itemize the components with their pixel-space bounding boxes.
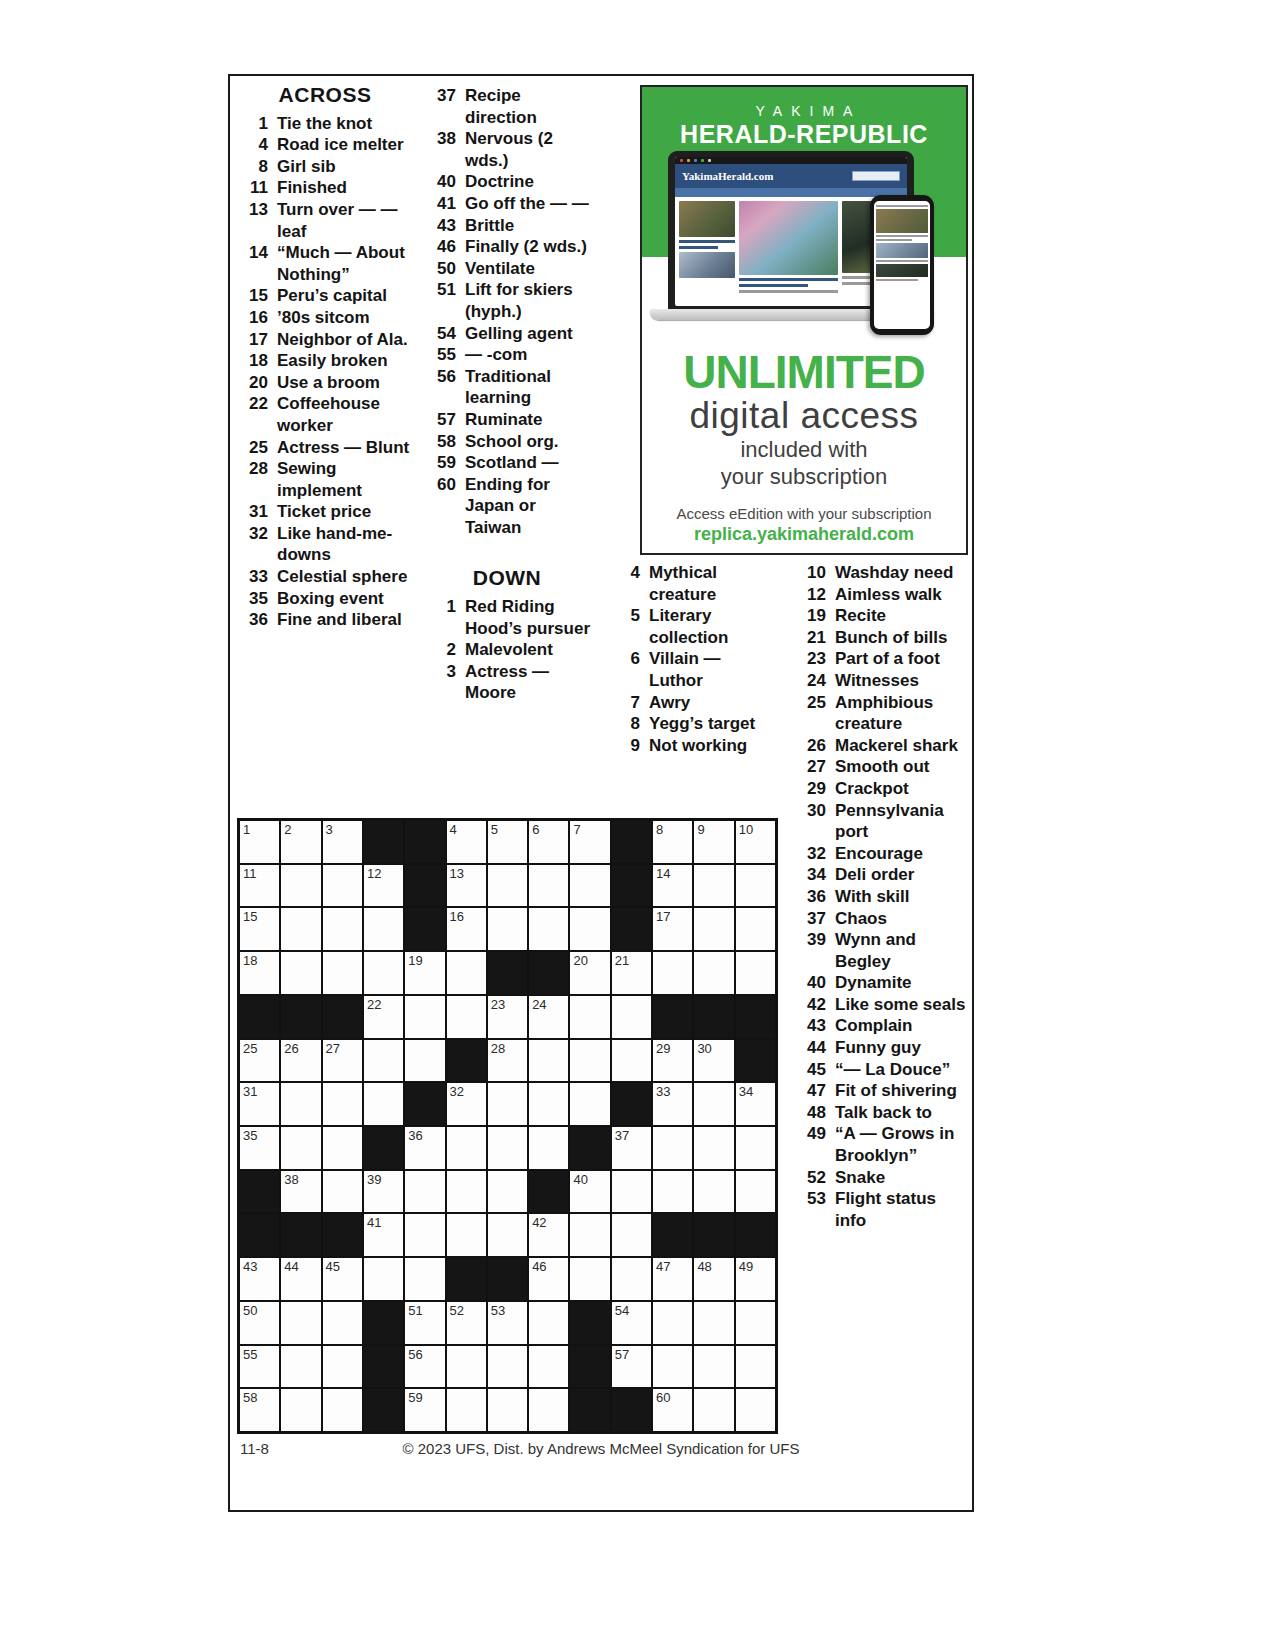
cell-r8c1[interactable]: 35 [240, 1127, 279, 1169]
cell-number: 28 [491, 1041, 505, 1056]
cell-r10c4[interactable]: 41 [364, 1214, 403, 1256]
clue-text: Fit of shivering [835, 1080, 970, 1102]
ad-url-link[interactable]: replica.yakimaherald.com [642, 524, 966, 545]
cell-r8c3[interactable] [323, 1127, 362, 1169]
cell-r4c13[interactable] [736, 952, 775, 994]
cell-r6c12[interactable]: 30 [694, 1040, 733, 1082]
cell-r13c11[interactable] [653, 1346, 692, 1388]
cell-r2c4[interactable]: 12 [364, 865, 403, 907]
cell-number: 1 [243, 822, 250, 837]
cell-r3c8[interactable] [529, 908, 568, 950]
cell-r4c5[interactable]: 19 [405, 952, 444, 994]
cell-r14c8[interactable] [529, 1389, 568, 1431]
clue-number: 19 [792, 605, 835, 627]
across-clue-41: 41Go off the — — [422, 193, 592, 215]
cell-number: 56 [408, 1347, 422, 1362]
cell-r8c7[interactable] [488, 1127, 527, 1169]
black-cell-r10c3 [323, 1214, 362, 1256]
headline-line [679, 240, 735, 243]
across-clue-20: 20Use a broom [234, 372, 416, 394]
cell-r2c2[interactable] [281, 865, 320, 907]
clue-text: Awry [649, 692, 776, 714]
cell-r6c8[interactable] [529, 1040, 568, 1082]
subscription-ad: YAKIMA HERALD-REPUBLIC YakimaHerald.com [640, 85, 968, 555]
cell-r13c13[interactable] [736, 1346, 775, 1388]
cell-r1c6[interactable]: 4 [447, 821, 486, 863]
across-header: ACROSS [234, 84, 416, 106]
down-clue-42: 42Like some seals [792, 994, 970, 1016]
black-cell-r11c7 [488, 1258, 527, 1300]
clue-number: 34 [792, 864, 835, 886]
cell-number: 3 [326, 822, 333, 837]
clue-number: 15 [234, 285, 277, 307]
down-clue-24: 24Witnesses [792, 670, 970, 692]
cell-r7c7[interactable] [488, 1083, 527, 1125]
cell-r1c9[interactable]: 7 [570, 821, 609, 863]
black-cell-r13c4 [364, 1346, 403, 1388]
across-clue-43: 43Brittle [422, 215, 592, 237]
cell-r14c1[interactable]: 58 [240, 1389, 279, 1431]
cell-r12c2[interactable] [281, 1302, 320, 1344]
clue-number: 42 [792, 994, 835, 1016]
cell-r3c13[interactable] [736, 908, 775, 950]
news-column-left [679, 201, 735, 296]
cell-r13c5[interactable]: 56 [405, 1346, 444, 1388]
down-clue-6: 6Villain — Luthor [606, 648, 776, 691]
cell-r9c10[interactable] [612, 1171, 651, 1213]
website-navbar [675, 188, 907, 197]
cell-number: 59 [408, 1390, 422, 1405]
text-line [876, 260, 928, 262]
cell-r5c10[interactable] [612, 996, 651, 1038]
headline-line [739, 278, 838, 281]
cell-r5c4[interactable]: 22 [364, 996, 403, 1038]
cell-r2c9[interactable] [570, 865, 609, 907]
clue-column-4: 10Washday need12Aimless walk19Recite21Bu… [792, 562, 970, 1231]
cell-number: 53 [491, 1303, 505, 1318]
phone-mockup [870, 195, 934, 335]
down-clue-45: 45“— La Douce” [792, 1059, 970, 1081]
black-cell-r14c4 [364, 1389, 403, 1431]
cell-r6c9[interactable] [570, 1040, 609, 1082]
down-clue-26: 26Mackerel shark [792, 735, 970, 757]
across-clue-37: 37Recipe direction [422, 85, 592, 128]
across-clue-11: 11Finished [234, 177, 416, 199]
cell-r5c8[interactable]: 24 [529, 996, 568, 1038]
cell-r2c11[interactable]: 14 [653, 865, 692, 907]
black-cell-r10c2 [281, 1214, 320, 1256]
cell-r1c7[interactable]: 5 [488, 821, 527, 863]
cell-r13c3[interactable] [323, 1346, 362, 1388]
cell-number: 24 [532, 997, 546, 1012]
cell-r6c11[interactable]: 29 [653, 1040, 692, 1082]
cell-r12c11[interactable] [653, 1302, 692, 1344]
down-clue-34: 34Deli order [792, 864, 970, 886]
cell-r13c1[interactable]: 55 [240, 1346, 279, 1388]
cell-r3c11[interactable]: 17 [653, 908, 692, 950]
cell-r3c4[interactable] [364, 908, 403, 950]
cell-r13c12[interactable] [694, 1346, 733, 1388]
clue-text: Dynamite [835, 972, 970, 994]
cell-r9c13[interactable] [736, 1171, 775, 1213]
clue-number: 25 [234, 437, 277, 459]
cell-r12c8[interactable] [529, 1302, 568, 1344]
down-clue-25: 25Amphibious creature [792, 692, 970, 735]
cell-r13c8[interactable] [529, 1346, 568, 1388]
clue-number: 48 [792, 1102, 835, 1124]
clue-text: Witnesses [835, 670, 970, 692]
clue-number: 37 [422, 85, 465, 128]
clue-number: 6 [606, 648, 649, 691]
cell-r9c6[interactable] [447, 1171, 486, 1213]
cell-r12c1[interactable]: 50 [240, 1302, 279, 1344]
cell-r6c3[interactable]: 27 [323, 1040, 362, 1082]
cell-number: 5 [491, 822, 498, 837]
cell-number: 12 [367, 866, 381, 881]
cell-r4c1[interactable]: 18 [240, 952, 279, 994]
news-photo [876, 209, 928, 233]
across-clue-1: 1Tie the knot [234, 113, 416, 135]
cell-r1c1[interactable]: 1 [240, 821, 279, 863]
cell-r9c4[interactable]: 39 [364, 1171, 403, 1213]
cell-r3c3[interactable] [323, 908, 362, 950]
cell-number: 2 [284, 822, 291, 837]
clue-number: 52 [792, 1167, 835, 1189]
clue-number: 60 [422, 474, 465, 539]
cell-r5c6[interactable] [447, 996, 486, 1038]
cell-r7c12[interactable] [694, 1083, 733, 1125]
clue-text: Recite [835, 605, 970, 627]
headline-line [739, 284, 808, 287]
cell-number: 27 [326, 1041, 340, 1056]
cell-r2c12[interactable] [694, 865, 733, 907]
clue-number: 38 [422, 128, 465, 171]
cell-number: 33 [656, 1084, 670, 1099]
cell-r3c12[interactable] [694, 908, 733, 950]
cell-r13c6[interactable] [447, 1346, 486, 1388]
cell-r14c5[interactable]: 59 [405, 1389, 444, 1431]
cell-number: 29 [656, 1041, 670, 1056]
clue-text: Part of a foot [835, 648, 970, 670]
website-logo: YakimaHerald.com [682, 170, 773, 182]
cell-r14c12[interactable] [694, 1389, 733, 1431]
down-clue-10: 10Washday need [792, 562, 970, 584]
cell-number: 23 [491, 997, 505, 1012]
cell-r2c7[interactable] [488, 865, 527, 907]
clue-text: ’80s sitcom [277, 307, 416, 329]
cell-r1c13[interactable]: 10 [736, 821, 775, 863]
cell-r4c9[interactable]: 20 [570, 952, 609, 994]
cell-r5c5[interactable] [405, 996, 444, 1038]
across-clue-54: 54Gelling agent [422, 323, 592, 345]
crossword-grid: 1234567891011121314151617181920212223242… [237, 818, 778, 1434]
cell-r11c3[interactable]: 45 [323, 1258, 362, 1300]
black-cell-r12c4 [364, 1302, 403, 1344]
cell-r4c10[interactable]: 21 [612, 952, 651, 994]
clue-text: Peru’s capital [277, 285, 416, 307]
across-clue-8: 8Girl sib [234, 156, 416, 178]
black-cell-r8c4 [364, 1127, 403, 1169]
black-cell-r7c5 [405, 1083, 444, 1125]
clue-text: Crackpot [835, 778, 970, 800]
clue-number: 9 [606, 735, 649, 757]
cell-r1c12[interactable]: 9 [694, 821, 733, 863]
ad-included-line2: your subscription [642, 464, 966, 490]
cell-number: 55 [243, 1347, 257, 1362]
cell-r11c9[interactable] [570, 1258, 609, 1300]
bookmark-dot-icon [687, 159, 690, 162]
across-clue-60: 60Ending for Japan or Taiwan [422, 474, 592, 539]
cell-r4c6[interactable] [447, 952, 486, 994]
clue-number: 26 [792, 735, 835, 757]
clue-number: 25 [792, 692, 835, 735]
down-clue-3: 3Actress — Moore [422, 661, 592, 704]
cell-r9c2[interactable]: 38 [281, 1171, 320, 1213]
text-line [739, 290, 838, 293]
cell-r10c8[interactable]: 42 [529, 1214, 568, 1256]
cell-r10c10[interactable] [612, 1214, 651, 1256]
cell-r14c3[interactable] [323, 1389, 362, 1431]
cell-r13c10[interactable]: 57 [612, 1346, 651, 1388]
cell-r11c5[interactable] [405, 1258, 444, 1300]
cell-r5c9[interactable] [570, 996, 609, 1038]
cell-r9c7[interactable] [488, 1171, 527, 1213]
headline-line [679, 246, 718, 249]
cell-r6c4[interactable] [364, 1040, 403, 1082]
cell-number: 37 [615, 1128, 629, 1143]
cell-number: 41 [367, 1215, 381, 1230]
cell-r8c5[interactable]: 36 [405, 1127, 444, 1169]
cell-r4c11[interactable] [653, 952, 692, 994]
cell-number: 40 [573, 1172, 587, 1187]
cell-r8c12[interactable] [694, 1127, 733, 1169]
cell-r3c6[interactable]: 16 [447, 908, 486, 950]
clue-text: Nervous (2 wds.) [465, 128, 592, 171]
cell-number: 21 [615, 953, 629, 968]
down-clue-23: 23Part of a foot [792, 648, 970, 670]
cell-r5c7[interactable]: 23 [488, 996, 527, 1038]
cell-r11c1[interactable]: 43 [240, 1258, 279, 1300]
cell-r14c13[interactable] [736, 1389, 775, 1431]
cell-r4c3[interactable] [323, 952, 362, 994]
cell-r6c7[interactable]: 28 [488, 1040, 527, 1082]
news-photo [876, 264, 928, 277]
cell-r8c13[interactable] [736, 1127, 775, 1169]
across-clue-28: 28Sewing implement [234, 458, 416, 501]
clue-number: 49 [792, 1123, 835, 1166]
cell-r12c12[interactable] [694, 1302, 733, 1344]
search-box [852, 171, 900, 181]
cell-number: 16 [450, 909, 464, 924]
clue-number: 44 [792, 1037, 835, 1059]
across-clue-25: 25Actress — Blunt [234, 437, 416, 459]
cell-r12c7[interactable]: 53 [488, 1302, 527, 1344]
clue-text: “— La Douce” [835, 1059, 970, 1081]
cell-number: 11 [243, 866, 257, 881]
clue-text: Villain — Luthor [649, 648, 776, 691]
cell-r9c5[interactable] [405, 1171, 444, 1213]
cell-r1c2[interactable]: 2 [281, 821, 320, 863]
black-cell-r5c2 [281, 996, 320, 1038]
cell-r13c2[interactable] [281, 1346, 320, 1388]
black-cell-r9c1 [240, 1171, 279, 1213]
clue-number: 35 [234, 588, 277, 610]
cell-r12c13[interactable] [736, 1302, 775, 1344]
down-clue-1: 1Red Riding Hood’s pursuer [422, 596, 592, 639]
cell-r11c12[interactable]: 48 [694, 1258, 733, 1300]
cell-r7c2[interactable] [281, 1083, 320, 1125]
cell-r13c7[interactable] [488, 1346, 527, 1388]
cell-r1c3[interactable]: 3 [323, 821, 362, 863]
clue-text: Use a broom [277, 372, 416, 394]
cell-r8c6[interactable] [447, 1127, 486, 1169]
cell-r7c13[interactable]: 34 [736, 1083, 775, 1125]
clue-text: “Much — About Nothing” [277, 242, 416, 285]
cell-r10c9[interactable] [570, 1214, 609, 1256]
cell-r14c6[interactable] [447, 1389, 486, 1431]
across-clue-31: 31Ticket price [234, 501, 416, 523]
cell-r9c12[interactable] [694, 1171, 733, 1213]
cell-r12c5[interactable]: 51 [405, 1302, 444, 1344]
cell-r9c3[interactable] [323, 1171, 362, 1213]
clue-text: Lift for skiers (hyph.) [465, 279, 592, 322]
cell-r7c8[interactable] [529, 1083, 568, 1125]
cell-r9c9[interactable]: 40 [570, 1171, 609, 1213]
cell-r3c9[interactable] [570, 908, 609, 950]
cell-r3c2[interactable] [281, 908, 320, 950]
cell-r2c1[interactable]: 11 [240, 865, 279, 907]
clue-text: Finished [277, 177, 416, 199]
cell-r3c7[interactable] [488, 908, 527, 950]
clue-number: 5 [606, 605, 649, 648]
down-clue-52: 52Snake [792, 1167, 970, 1189]
cell-number: 36 [408, 1128, 422, 1143]
across-clue-36: 36Fine and liberal [234, 609, 416, 631]
cell-r4c4[interactable] [364, 952, 403, 994]
cell-r2c13[interactable] [736, 865, 775, 907]
clue-number: 7 [606, 692, 649, 714]
down-clue-4: 4Mythical creature [606, 562, 776, 605]
cell-r11c10[interactable] [612, 1258, 651, 1300]
clue-text: School org. [465, 431, 592, 453]
across-clue-55: 55— -com [422, 344, 592, 366]
cell-r7c11[interactable]: 33 [653, 1083, 692, 1125]
cell-r12c10[interactable]: 54 [612, 1302, 651, 1344]
clue-number: 16 [234, 307, 277, 329]
clue-number: 36 [792, 886, 835, 908]
cell-r7c6[interactable]: 32 [447, 1083, 486, 1125]
cell-r3c1[interactable]: 15 [240, 908, 279, 950]
cell-number: 10 [739, 822, 753, 837]
black-cell-r14c10 [612, 1389, 651, 1431]
clue-number: 1 [234, 113, 277, 135]
cell-number: 22 [367, 997, 381, 1012]
clue-text: Like hand-me-downs [277, 523, 416, 566]
cell-r8c8[interactable] [529, 1127, 568, 1169]
cell-r9c11[interactable] [653, 1171, 692, 1213]
cell-number: 57 [615, 1347, 629, 1362]
clue-text: Scotland — [465, 452, 592, 474]
cell-r10c6[interactable] [447, 1214, 486, 1256]
clue-text: Aimless walk [835, 584, 970, 606]
clue-number: 11 [234, 177, 277, 199]
cell-number: 13 [450, 866, 464, 881]
down-clue-12: 12Aimless walk [792, 584, 970, 606]
clue-text: Washday need [835, 562, 970, 584]
cell-r8c11[interactable] [653, 1127, 692, 1169]
clue-text: Red Riding Hood’s pursuer [465, 596, 592, 639]
cell-r12c3[interactable] [323, 1302, 362, 1344]
cell-r6c10[interactable] [612, 1040, 651, 1082]
cell-r11c11[interactable]: 47 [653, 1258, 692, 1300]
cell-r11c8[interactable]: 46 [529, 1258, 568, 1300]
cell-r12c6[interactable]: 52 [447, 1302, 486, 1344]
black-cell-r4c7 [488, 952, 527, 994]
down-clue-7: 7Awry [606, 692, 776, 714]
clue-number: 43 [792, 1015, 835, 1037]
clue-text: Doctrine [465, 171, 592, 193]
clue-text: Encourage [835, 843, 970, 865]
cell-r4c2[interactable] [281, 952, 320, 994]
clue-number: 54 [422, 323, 465, 345]
cell-r1c11[interactable]: 8 [653, 821, 692, 863]
cell-r11c13[interactable]: 49 [736, 1258, 775, 1300]
cell-number: 49 [739, 1259, 753, 1274]
cell-r11c4[interactable] [364, 1258, 403, 1300]
across-clue-56: 56Traditional learning [422, 366, 592, 409]
down-clue-44: 44Funny guy [792, 1037, 970, 1059]
cell-r6c5[interactable] [405, 1040, 444, 1082]
across-clue-14: 14“Much — About Nothing” [234, 242, 416, 285]
cell-r8c2[interactable] [281, 1127, 320, 1169]
cell-r2c3[interactable] [323, 865, 362, 907]
cell-r7c3[interactable] [323, 1083, 362, 1125]
down-clue-43: 43Complain [792, 1015, 970, 1037]
down-clue-2: 2Malevolent [422, 639, 592, 661]
cell-r1c8[interactable]: 6 [529, 821, 568, 863]
black-cell-r10c12 [694, 1214, 733, 1256]
across-clue-33: 33Celestial sphere [234, 566, 416, 588]
cell-r4c12[interactable] [694, 952, 733, 994]
clue-text: Mythical creature [649, 562, 776, 605]
cell-r7c9[interactable] [570, 1083, 609, 1125]
clue-text: Funny guy [835, 1037, 970, 1059]
clue-number: 30 [792, 800, 835, 843]
clue-number: 29 [792, 778, 835, 800]
cell-r2c6[interactable]: 13 [447, 865, 486, 907]
cell-r8c10[interactable]: 37 [612, 1127, 651, 1169]
cell-number: 18 [243, 953, 257, 968]
cell-r7c4[interactable] [364, 1083, 403, 1125]
cell-r7c1[interactable]: 31 [240, 1083, 279, 1125]
clue-number: 8 [606, 713, 649, 735]
cell-number: 32 [450, 1084, 464, 1099]
black-cell-r3c5 [405, 908, 444, 950]
clue-text: Go off the — — [465, 193, 592, 215]
cell-r2c8[interactable] [529, 865, 568, 907]
clue-text: Turn over — — leaf [277, 199, 416, 242]
cell-r11c2[interactable]: 44 [281, 1258, 320, 1300]
cell-r6c1[interactable]: 25 [240, 1040, 279, 1082]
black-cell-r5c1 [240, 996, 279, 1038]
cell-r10c7[interactable] [488, 1214, 527, 1256]
cell-r10c5[interactable] [405, 1214, 444, 1256]
cell-r14c11[interactable]: 60 [653, 1389, 692, 1431]
cell-r6c2[interactable]: 26 [281, 1040, 320, 1082]
black-cell-r2c5 [405, 865, 444, 907]
cell-r14c7[interactable] [488, 1389, 527, 1431]
cell-r14c2[interactable] [281, 1389, 320, 1431]
